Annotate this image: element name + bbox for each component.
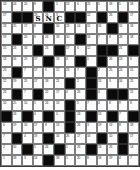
cell-code-number: 10 xyxy=(24,101,27,104)
cell-r13c13[interactable]: 17 xyxy=(128,133,139,144)
cell-r3c12[interactable]: 15 xyxy=(118,23,129,34)
cell-code-number: 13 xyxy=(56,123,59,126)
cell-code-number: 24 xyxy=(13,112,16,115)
cell-r14c8[interactable]: 26 xyxy=(75,144,86,155)
cell-r11c10[interactable]: 13 xyxy=(97,111,108,122)
cell-r12c10[interactable]: 19 xyxy=(97,122,108,133)
black-cell-r12c7 xyxy=(65,122,76,133)
cell-code-number: 12 xyxy=(3,79,6,82)
black-cell-r2c10 xyxy=(97,12,108,23)
cell-r6c12[interactable]: 13 xyxy=(118,56,129,67)
black-cell-r11c5 xyxy=(43,111,54,122)
black-cell-r6c10 xyxy=(97,56,108,67)
cell-code-number: 23 xyxy=(66,24,69,27)
cell-r10c6[interactable]: 13 xyxy=(54,100,65,111)
black-cell-r5c13 xyxy=(128,45,139,56)
cell-r1c9[interactable]: 25 xyxy=(86,1,97,12)
cell-r6c7[interactable]: 4 xyxy=(65,56,76,67)
cell-r4c7[interactable]: 10 xyxy=(65,34,76,45)
black-cell-r11c1 xyxy=(1,111,12,122)
cell-r12c1[interactable]: 6 xyxy=(1,122,12,133)
cell-r1c1[interactable]: 13 xyxy=(1,1,12,12)
cell-code-number: 26 xyxy=(119,35,122,38)
black-cell-r9c11 xyxy=(107,89,118,100)
cell-r11c2[interactable]: 24 xyxy=(12,111,23,122)
cell-r14c13[interactable]: 14 xyxy=(128,144,139,155)
cell-r1c11[interactable]: 18 xyxy=(107,1,118,12)
cell-r4c4[interactable]: 6 xyxy=(33,34,44,45)
cell-r12c3[interactable]: 16 xyxy=(22,122,33,133)
cell-code-number: 15 xyxy=(130,68,133,71)
cell-r7c13[interactable]: 15 xyxy=(128,67,139,78)
cell-r5c7[interactable]: 17 xyxy=(65,45,76,56)
cell-r1c3[interactable]: 20 xyxy=(22,1,33,12)
cell-code-number: 21 xyxy=(119,46,122,49)
cell-code-number: 26 xyxy=(66,134,69,137)
cell-r9c1[interactable]: 23 xyxy=(1,89,12,100)
cell-r10c13[interactable]: 8 xyxy=(128,100,139,111)
black-cell-r6c8 xyxy=(75,56,86,67)
cell-r15c9[interactable]: 8 xyxy=(86,155,97,166)
cell-code-number: 2 xyxy=(98,68,100,71)
cell-code-number: 6 xyxy=(3,123,5,126)
cell-r10c11[interactable]: 8 xyxy=(107,100,118,111)
black-cell-r2c8 xyxy=(75,12,86,23)
cell-code-number: 17 xyxy=(34,123,37,126)
cell-r8c3[interactable]: 25 xyxy=(22,78,33,89)
cell-code-number: 10 xyxy=(109,134,112,137)
cell-r9c8[interactable]: 26 xyxy=(75,89,86,100)
black-cell-r11c7 xyxy=(65,111,76,122)
cell-r4c3[interactable]: 20 xyxy=(22,34,33,45)
cell-r6c2[interactable]: 16 xyxy=(12,56,23,67)
cell-r13c9[interactable]: 16 xyxy=(86,133,97,144)
cell-code-number: 8 xyxy=(109,101,111,104)
cell-r3c6[interactable]: 10 xyxy=(54,23,65,34)
cell-r15c6[interactable]: 18 xyxy=(54,155,65,166)
cell-r14c4[interactable]: 5 xyxy=(33,144,44,155)
cell-code-number: 13 xyxy=(98,79,101,82)
cell-r6c1[interactable]: 13 xyxy=(1,56,12,67)
cell-r1c10[interactable]: 5 xyxy=(97,1,108,12)
cell-r7c10[interactable]: 2 xyxy=(97,67,108,78)
cell-code-number: 17 xyxy=(34,79,37,82)
cell-r8c2[interactable]: 19 xyxy=(12,78,23,89)
cell-code-number: 19 xyxy=(98,123,101,126)
cell-code-number: 18 xyxy=(130,2,133,5)
cell-code-number: 17 xyxy=(77,134,80,137)
cell-code-number: 24 xyxy=(77,112,80,115)
black-cell-r2c3 xyxy=(22,12,33,23)
cell-code-number: 5 xyxy=(56,112,58,115)
black-cell-r2c12 xyxy=(118,12,129,23)
cell-r9c13[interactable]: 15 xyxy=(128,89,139,100)
cell-code-number: 4 xyxy=(66,90,68,93)
cell-r4c11[interactable]: 8 xyxy=(107,34,118,45)
black-cell-r4c2 xyxy=(12,34,23,45)
cell-r2c9[interactable]: 12 xyxy=(86,12,97,23)
cell-code-number: 16 xyxy=(56,134,59,137)
cell-r12c5[interactable]: 8 xyxy=(43,122,54,133)
cell-code-number: 1 xyxy=(3,156,5,159)
cell-code-number: 23 xyxy=(3,24,6,27)
cell-r3c4[interactable]: 8 xyxy=(33,23,44,34)
cell-code-number: 7 xyxy=(119,112,121,115)
cell-code-number: 6 xyxy=(45,68,47,71)
black-cell-r1c5 xyxy=(43,1,54,12)
cell-r1c4[interactable]: 8 xyxy=(33,1,44,12)
cell-r14c5[interactable]: 24 xyxy=(43,144,54,155)
black-cell-r7c9 xyxy=(86,67,97,78)
cell-r5c8[interactable]: 6 xyxy=(75,45,86,56)
cell-r5c12[interactable]: 21 xyxy=(118,45,129,56)
cell-r1c6[interactable]: 1 xyxy=(54,1,65,12)
cell-r11c6[interactable]: 5 xyxy=(54,111,65,122)
cell-code-number: 6 xyxy=(77,2,79,5)
cell-r12c4[interactable]: 17 xyxy=(33,122,44,133)
cell-r9c7[interactable]: 4 xyxy=(65,89,76,100)
cell-r15c8[interactable]: 20 xyxy=(75,155,86,166)
cell-r3c10[interactable]: 16 xyxy=(97,23,108,34)
cell-code-number: 17 xyxy=(34,68,37,71)
cell-r8c13[interactable]: 25 xyxy=(128,78,139,89)
black-cell-r5c4 xyxy=(33,45,44,56)
cell-r2c13[interactable]: 17 xyxy=(128,12,139,23)
cell-code-number: 26 xyxy=(109,145,112,148)
cell-code-number: 19 xyxy=(13,123,16,126)
cell-code-number: 9 xyxy=(119,101,121,104)
cell-r4c1[interactable]: 19 xyxy=(1,34,12,45)
cell-code-number: 6 xyxy=(130,57,132,60)
cell-r9c5[interactable]: 22 xyxy=(43,89,54,100)
cell-code-number: 24 xyxy=(119,68,122,71)
cell-code-number: 13 xyxy=(66,2,69,5)
cell-code-number: 13 xyxy=(3,2,6,5)
cell-r13c11[interactable]: 10 xyxy=(107,133,118,144)
cell-r4c13[interactable]: 18 xyxy=(128,34,139,45)
black-cell-r4c8 xyxy=(75,34,86,45)
cell-code-number: 24 xyxy=(45,35,48,38)
cell-r7c3[interactable]: 7 xyxy=(22,67,33,78)
cell-code-number: 20 xyxy=(77,156,80,159)
cell-r8c4[interactable]: 17 xyxy=(33,78,44,89)
cell-r8c10[interactable]: 13 xyxy=(97,78,108,89)
cell-r7c12[interactable]: 24 xyxy=(118,67,129,78)
cell-code-number: 5 xyxy=(119,2,121,5)
cell-r5c2[interactable]: 24 xyxy=(12,45,23,56)
cell-r8c5[interactable]: 18 xyxy=(43,78,54,89)
cell-r12c11[interactable]: 13 xyxy=(107,122,118,133)
cell-r3c9[interactable]: 15 xyxy=(86,23,97,34)
cell-r13c6[interactable]: 16 xyxy=(54,133,65,144)
cell-r5c1[interactable]: 15 xyxy=(1,45,12,56)
cell-code-number: 24 xyxy=(13,2,16,5)
cell-r1c12[interactable]: 5 xyxy=(118,1,129,12)
cell-r12c9[interactable]: 3 xyxy=(86,122,97,133)
cell-r12c13[interactable]: 18 xyxy=(128,122,139,133)
cell-code-number: 4 xyxy=(98,101,100,104)
cell-code-number: 14 xyxy=(77,24,80,27)
cell-r3c13[interactable]: 18 xyxy=(128,23,139,34)
cell-r6c6[interactable]: 13 xyxy=(54,56,65,67)
cell-code-number: 13 xyxy=(3,57,6,60)
cell-code-number: 23 xyxy=(3,68,6,71)
cell-code-number: 12 xyxy=(56,68,59,71)
cell-code-number: 10 xyxy=(66,35,69,38)
cell-r7c6[interactable]: 12 xyxy=(54,67,65,78)
cell-r5c3[interactable]: 16 xyxy=(22,45,33,56)
cell-r14c10[interactable]: 13 xyxy=(97,144,108,155)
cell-r2c11[interactable]: 26 xyxy=(107,12,118,23)
cell-code-number: 17 xyxy=(56,90,59,93)
cell-r3c3[interactable]: 17 xyxy=(22,23,33,34)
cell-r10c9[interactable]: 7 xyxy=(86,100,97,111)
black-cell-r5c10 xyxy=(97,45,108,56)
cell-r11c4[interactable]: 4 xyxy=(33,111,44,122)
cell-code-number: 24 xyxy=(45,101,48,104)
cell-code-number: 5 xyxy=(98,2,100,5)
black-cell-r15c5 xyxy=(43,155,54,166)
black-cell-r13c12 xyxy=(118,133,129,144)
black-cell-r13c10 xyxy=(97,133,108,144)
cell-code-number: 17 xyxy=(66,46,69,49)
cell-code-number: 24 xyxy=(45,46,48,49)
cell-code-number: 22 xyxy=(45,90,48,93)
cell-r4c6[interactable]: 18 xyxy=(54,34,65,45)
cell-code-number: 26 xyxy=(109,13,112,16)
cell-code-number: 25 xyxy=(24,79,27,82)
cell-r15c4[interactable]: 14 xyxy=(33,155,44,166)
cell-r3c1[interactable]: 23 xyxy=(1,23,12,34)
cell-code-number: 25 xyxy=(109,68,112,71)
cell-r8c6[interactable]: 21 xyxy=(54,78,65,89)
cell-r12c8[interactable]: 26 xyxy=(75,122,86,133)
cell-r6c13[interactable]: 6 xyxy=(128,56,139,67)
cell-code-number: 4 xyxy=(34,112,36,115)
cell-r12c6[interactable]: 13 xyxy=(54,122,65,133)
black-cell-r14c12 xyxy=(118,144,129,155)
cell-code-number: 17 xyxy=(24,24,27,27)
cell-r1c2[interactable]: 24 xyxy=(12,1,23,12)
cell-r1c8[interactable]: 6 xyxy=(75,1,86,12)
cell-code-number: 17 xyxy=(3,13,6,16)
cell-code-number: 16 xyxy=(24,123,27,126)
codeword-puzzle-page: 13242081136255185181719S26N3C12261723251… xyxy=(0,0,140,170)
cell-code-number: 13 xyxy=(56,101,59,104)
cell-r1c13[interactable]: 18 xyxy=(128,1,139,12)
cell-r13c1[interactable]: 7 xyxy=(1,133,12,144)
cell-r9c6[interactable]: 17 xyxy=(54,89,65,100)
cell-r13c8[interactable]: 17 xyxy=(75,133,86,144)
cell-r4c10[interactable]: 7 xyxy=(97,34,108,45)
cell-code-number: 1 xyxy=(56,2,58,5)
cell-r9c3[interactable]: 7 xyxy=(22,89,33,100)
cell-code-number: 25 xyxy=(87,2,90,5)
cell-code-number: 26 xyxy=(77,90,80,93)
cell-code-number: 13 xyxy=(98,112,101,115)
cell-r14c7[interactable]: 1 xyxy=(65,144,76,155)
cell-r12c2[interactable]: 19 xyxy=(12,122,23,133)
cell-r5c9[interactable]: 12 xyxy=(86,45,97,56)
cell-code-number: 18 xyxy=(130,123,133,126)
black-cell-r14c9 xyxy=(86,144,97,155)
cell-code-number: 21 xyxy=(56,79,59,82)
cell-code-number: 7 xyxy=(24,90,26,93)
cell-code-number: 20 xyxy=(24,2,27,5)
cell-r4c5[interactable]: 24 xyxy=(43,34,54,45)
cell-r7c7[interactable]: 23 xyxy=(65,67,76,78)
cell-code-number: 19 xyxy=(34,134,37,137)
black-cell-r11c9 xyxy=(86,111,97,122)
cell-code-number: 10 xyxy=(3,101,6,104)
cell-r15c10[interactable]: 18 xyxy=(97,155,108,166)
cell-r14c1[interactable]: 2 xyxy=(1,144,12,155)
cell-code-number: 25 xyxy=(13,101,16,104)
cell-code-number: 5 xyxy=(34,101,36,104)
black-cell-r14c6 xyxy=(54,144,65,155)
cell-code-number: 17 xyxy=(130,13,133,16)
cell-r10c1[interactable]: 10 xyxy=(1,100,12,111)
cell-code-number: 18 xyxy=(130,35,133,38)
cell-code-number: 25 xyxy=(130,79,133,82)
cell-code-number: 26 xyxy=(77,123,80,126)
cell-r6c4[interactable]: 17 xyxy=(33,56,44,67)
cell-code-number: 8 xyxy=(130,101,132,104)
cell-r15c11[interactable]: 19 xyxy=(107,155,118,166)
cell-code-number: 2 xyxy=(3,145,5,148)
cell-code-number: 19 xyxy=(3,35,6,38)
black-cell-r11c13 xyxy=(128,111,139,122)
cell-r9c10[interactable]: 4 xyxy=(97,89,108,100)
cell-r2c5[interactable]: 26N xyxy=(43,12,54,23)
cell-r8c12[interactable]: 16 xyxy=(118,78,129,89)
cell-r6c9[interactable]: 1 xyxy=(86,56,97,67)
cell-code-number: 13 xyxy=(119,57,122,60)
cell-r15c3[interactable]: 3 xyxy=(22,155,33,166)
cell-r7c4[interactable]: 17 xyxy=(33,67,44,78)
cell-code-number: 7 xyxy=(24,68,26,71)
cell-code-number: 16 xyxy=(13,57,16,60)
black-cell-r7c2 xyxy=(12,67,23,78)
cell-r3c2[interactable]: 25 xyxy=(12,23,23,34)
cell-code-number: 12 xyxy=(87,46,90,49)
cell-code-number: 13 xyxy=(98,145,101,148)
cell-code-number: 13 xyxy=(109,123,112,126)
cell-r6c11[interactable]: 26 xyxy=(107,56,118,67)
cell-code-number: 6 xyxy=(34,35,36,38)
cell-code-number: 16 xyxy=(87,134,90,137)
cell-code-number: 7 xyxy=(98,35,100,38)
cell-r3c7[interactable]: 23 xyxy=(65,23,76,34)
cell-r4c12[interactable]: 26 xyxy=(118,34,129,45)
black-cell-r8c7 xyxy=(65,78,76,89)
cell-r2c1[interactable]: 17 xyxy=(1,12,12,23)
given-letter-C: C xyxy=(55,16,64,23)
cell-r11c8[interactable]: 24 xyxy=(75,111,86,122)
cell-r8c11[interactable]: 3 xyxy=(107,78,118,89)
cell-r15c13[interactable]: 7 xyxy=(128,155,139,166)
cell-code-number: 7 xyxy=(3,134,5,137)
black-cell-r2c2 xyxy=(12,12,23,23)
cell-r7c8[interactable]: 7 xyxy=(75,67,86,78)
cell-r15c7[interactable]: 1 xyxy=(65,155,76,166)
cell-r7c5[interactable]: 6 xyxy=(43,67,54,78)
cell-r15c1[interactable]: 1 xyxy=(1,155,12,166)
cell-code-number: 5 xyxy=(34,145,36,148)
black-cell-r3c11 xyxy=(107,23,118,34)
cell-code-number: 7 xyxy=(130,156,132,159)
cell-r2c4[interactable]: 19S xyxy=(33,12,44,23)
cell-r6c3[interactable]: 25 xyxy=(22,56,33,67)
black-cell-r9c12 xyxy=(118,89,129,100)
cell-r3c8[interactable]: 14 xyxy=(75,23,86,34)
black-cell-r5c6 xyxy=(54,45,65,56)
cell-r13c7[interactable]: 26 xyxy=(65,133,76,144)
cell-code-number: 8 xyxy=(45,123,47,126)
cell-r14c11[interactable]: 26 xyxy=(107,144,118,155)
cell-code-number: 26 xyxy=(109,57,112,60)
cell-code-number: 17 xyxy=(34,57,37,60)
cell-code-number: 19 xyxy=(13,79,16,82)
cell-r1c7[interactable]: 13 xyxy=(65,1,76,12)
cell-code-number: 18 xyxy=(56,35,59,38)
cell-r10c4[interactable]: 5 xyxy=(33,100,44,111)
given-letter-N: N xyxy=(44,16,53,23)
cell-code-number: 1 xyxy=(66,156,68,159)
cell-r10c12[interactable]: 9 xyxy=(118,100,129,111)
black-cell-r3c5 xyxy=(43,23,54,34)
cell-code-number: 16 xyxy=(24,46,27,49)
cell-code-number: 18 xyxy=(45,79,48,82)
cell-code-number: 16 xyxy=(98,24,101,27)
cell-r14c2[interactable]: 10 xyxy=(12,144,23,155)
cell-r12c12[interactable]: 8 xyxy=(118,122,129,133)
cell-r7c1[interactable]: 23 xyxy=(1,67,12,78)
cell-r11c12[interactable]: 7 xyxy=(118,111,129,122)
cell-code-number: 7 xyxy=(77,68,79,71)
cell-r10c3[interactable]: 10 xyxy=(22,100,33,111)
cell-r10c8[interactable]: 5 xyxy=(75,100,86,111)
black-cell-r11c11 xyxy=(107,111,118,122)
cell-r2c6[interactable]: 3C xyxy=(54,12,65,23)
black-cell-r5c11 xyxy=(107,45,118,56)
cell-code-number: 8 xyxy=(119,123,121,126)
cell-r13c3[interactable]: 4 xyxy=(22,133,33,144)
black-cell-r2c7 xyxy=(65,12,76,23)
cell-code-number: 18 xyxy=(56,156,59,159)
cell-code-number: 26 xyxy=(77,145,80,148)
cell-r8c8[interactable]: 2 xyxy=(75,78,86,89)
black-cell-r9c2 xyxy=(12,89,23,100)
codeword-grid: 13242081136255185181719S26N3C12261723251… xyxy=(0,0,140,167)
cell-r8c1[interactable]: 12 xyxy=(1,78,12,89)
cell-r4c9[interactable]: 16 xyxy=(86,34,97,45)
cell-r10c10[interactable]: 4 xyxy=(97,100,108,111)
cell-code-number: 25 xyxy=(24,57,27,60)
cell-r7c11[interactable]: 25 xyxy=(107,67,118,78)
cell-r13c4[interactable]: 19 xyxy=(33,133,44,144)
cell-r5c5[interactable]: 24 xyxy=(43,45,54,56)
cell-r10c2[interactable]: 25 xyxy=(12,100,23,111)
cell-code-number: 1 xyxy=(66,145,68,148)
cell-r15c12[interactable]: 4 xyxy=(118,155,129,166)
cell-code-number: 8 xyxy=(34,2,36,5)
cell-code-number: 5 xyxy=(77,101,79,104)
cell-code-number: 12 xyxy=(87,13,90,16)
cell-code-number: 13 xyxy=(56,57,59,60)
cell-r15c2[interactable]: 18 xyxy=(12,155,23,166)
cell-r10c5[interactable]: 24 xyxy=(43,100,54,111)
